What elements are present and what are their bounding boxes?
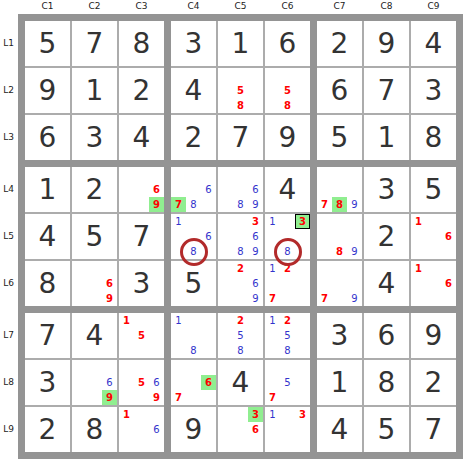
row-label-l5: L5 xyxy=(0,214,17,259)
candidate-6: 6 xyxy=(248,229,263,244)
cell-L4C3[interactable]: 69 xyxy=(119,167,164,212)
row-label-l7: L7 xyxy=(0,313,17,358)
box-border-vertical xyxy=(18,14,25,459)
cell-L6C7[interactable]: 79 xyxy=(317,261,362,306)
cell-L3C9[interactable]: 8 xyxy=(411,115,456,160)
column-label-c6: C6 xyxy=(265,1,310,13)
candidate-5: 5 xyxy=(233,83,248,98)
cell-L7C5[interactable]: 258 xyxy=(218,313,263,358)
sudoku-app: C1 C2 C3 C4 C5 C6 C7 C8 C9 L1 L2 L3 L4 L… xyxy=(0,0,467,467)
candidate-7: 7 xyxy=(317,291,332,306)
row-label-l8: L8 xyxy=(0,360,17,405)
candidate-5: 5 xyxy=(280,328,295,343)
candidate-9-highlighted: 9 xyxy=(102,390,117,405)
cell-L6C1[interactable]: 8 xyxy=(25,261,70,306)
given-digit: 2 xyxy=(25,407,70,452)
cell-L8C6[interactable]: 57 xyxy=(265,360,310,405)
cell-L3C2[interactable]: 3 xyxy=(72,115,117,160)
candidate-1: 1 xyxy=(171,313,186,328)
given-digit: 5 xyxy=(25,21,70,66)
cell-L3C1[interactable]: 6 xyxy=(25,115,70,160)
candidate-6: 6 xyxy=(149,375,164,390)
given-digit: 4 xyxy=(411,21,456,66)
cell-L3C3[interactable]: 4 xyxy=(119,115,164,160)
candidate-7: 7 xyxy=(317,197,332,212)
given-digit: 1 xyxy=(218,21,263,66)
cell-L5C4[interactable]: 168 xyxy=(171,214,216,259)
box-border-vertical xyxy=(164,14,171,459)
row-label-l6: L6 xyxy=(0,261,17,306)
cell-L1C5[interactable]: 1 xyxy=(218,21,263,66)
given-digit: 8 xyxy=(364,360,409,405)
given-digit: 2 xyxy=(119,68,164,113)
candidate-8: 8 xyxy=(233,343,248,358)
cell-L9C2[interactable]: 8 xyxy=(72,407,117,452)
candidate-9: 9 xyxy=(347,291,362,306)
given-digit: 3 xyxy=(72,115,117,160)
candidate-5: 5 xyxy=(233,328,248,343)
candidate-2: 2 xyxy=(280,313,295,328)
candidate-8: 8 xyxy=(233,197,248,212)
candidate-1: 1 xyxy=(119,407,134,422)
given-digit: 9 xyxy=(411,313,456,358)
candidate-6: 6 xyxy=(149,422,164,437)
cell-L4C8[interactable]: 3 xyxy=(364,167,409,212)
cell-L2C8[interactable]: 7 xyxy=(364,68,409,113)
cell-L8C2[interactable]: 69 xyxy=(72,360,117,405)
cell-L2C7[interactable]: 6 xyxy=(317,68,362,113)
candidate-7: 7 xyxy=(171,390,186,405)
cell-L2C2[interactable]: 1 xyxy=(72,68,117,113)
given-digit: 4 xyxy=(119,115,164,160)
given-digit: 7 xyxy=(72,21,117,66)
given-digit: 6 xyxy=(25,115,70,160)
given-digit: 5 xyxy=(317,115,362,160)
cell-L1C3[interactable]: 8 xyxy=(119,21,164,66)
cell-L1C9[interactable]: 4 xyxy=(411,21,456,66)
cell-L3C7[interactable]: 5 xyxy=(317,115,362,160)
box-border-horizontal xyxy=(18,14,463,21)
candidate-2: 2 xyxy=(233,261,248,276)
candidate-8: 8 xyxy=(332,244,347,259)
row-label-l1: L1 xyxy=(0,21,17,66)
given-digit: 8 xyxy=(411,115,456,160)
cell-L4C1[interactable]: 1 xyxy=(25,167,70,212)
given-digit: 7 xyxy=(364,68,409,113)
cell-L7C2[interactable]: 4 xyxy=(72,313,117,358)
candidate-3-highlighted: 3 xyxy=(248,407,263,422)
candidate-3-highlighted: 3 xyxy=(295,214,310,229)
given-digit: 6 xyxy=(317,68,362,113)
given-digit: 7 xyxy=(25,313,70,358)
sudoku-board: 5783162949124585867363427951812696786894… xyxy=(18,14,463,459)
column-label-c1: C1 xyxy=(25,1,70,13)
cell-L3C8[interactable]: 1 xyxy=(364,115,409,160)
box-border-vertical xyxy=(456,14,463,459)
given-digit: 2 xyxy=(411,360,456,405)
cell-L8C3[interactable]: 569 xyxy=(119,360,164,405)
cell-L4C7[interactable]: 789 xyxy=(317,167,362,212)
candidate-2: 2 xyxy=(233,313,248,328)
candidate-8: 8 xyxy=(186,197,201,212)
cell-L5C6[interactable]: 138 xyxy=(265,214,310,259)
candidate-7: 7 xyxy=(265,291,280,306)
given-digit: 1 xyxy=(72,68,117,113)
given-digit: 9 xyxy=(364,21,409,66)
candidate-6: 6 xyxy=(248,422,263,437)
candidate-6: 6 xyxy=(201,182,216,197)
given-digit: 2 xyxy=(72,167,117,212)
candidate-5: 5 xyxy=(280,375,295,390)
candidate-6: 6 xyxy=(149,182,164,197)
column-label-c7: C7 xyxy=(317,1,362,13)
box-border-horizontal xyxy=(18,306,463,313)
candidate-9: 9 xyxy=(248,291,263,306)
candidate-8: 8 xyxy=(233,98,248,113)
cell-L5C2[interactable]: 5 xyxy=(72,214,117,259)
cell-L1C2[interactable]: 7 xyxy=(72,21,117,66)
column-label-c8: C8 xyxy=(364,1,409,13)
candidate-8: 8 xyxy=(186,343,201,358)
row-label-l2: L2 xyxy=(0,68,17,113)
given-digit: 2 xyxy=(317,21,362,66)
cell-L9C9[interactable]: 7 xyxy=(411,407,456,452)
given-digit: 3 xyxy=(317,313,362,358)
cell-L5C1[interactable]: 4 xyxy=(25,214,70,259)
cell-L9C7[interactable]: 4 xyxy=(317,407,362,452)
cell-L9C4[interactable]: 9 xyxy=(171,407,216,452)
cell-L9C5[interactable]: 36 xyxy=(218,407,263,452)
row-label-l9: L9 xyxy=(0,407,17,452)
cell-L5C7[interactable]: 89 xyxy=(317,214,362,259)
elimination-circle xyxy=(274,238,302,266)
column-label-c9: C9 xyxy=(411,1,456,13)
cell-L2C3[interactable]: 2 xyxy=(119,68,164,113)
cell-L6C5[interactable]: 269 xyxy=(218,261,263,306)
given-digit: 3 xyxy=(171,21,216,66)
given-digit: 5 xyxy=(72,214,117,259)
cell-L7C8[interactable]: 6 xyxy=(364,313,409,358)
candidate-9-highlighted: 9 xyxy=(149,197,164,212)
given-digit: 5 xyxy=(411,167,456,212)
candidate-5: 5 xyxy=(134,375,149,390)
cell-L2C9[interactable]: 3 xyxy=(411,68,456,113)
candidate-1: 1 xyxy=(411,214,426,229)
cell-L6C3[interactable]: 3 xyxy=(119,261,164,306)
candidate-5: 5 xyxy=(280,83,295,98)
given-digit: 7 xyxy=(119,214,164,259)
candidate-3: 3 xyxy=(295,407,310,422)
given-digit: 7 xyxy=(218,115,263,160)
cell-L8C4[interactable]: 67 xyxy=(171,360,216,405)
cell-L5C3[interactable]: 7 xyxy=(119,214,164,259)
given-digit: 9 xyxy=(171,407,216,452)
column-label-c3: C3 xyxy=(119,1,164,13)
cell-L6C9[interactable]: 16 xyxy=(411,261,456,306)
column-label-c5: C5 xyxy=(218,1,263,13)
given-digit: 3 xyxy=(411,68,456,113)
cell-L6C2[interactable]: 69 xyxy=(72,261,117,306)
candidate-8: 8 xyxy=(280,343,295,358)
elimination-circle xyxy=(180,238,208,266)
given-digit: 2 xyxy=(171,115,216,160)
cell-L6C4[interactable]: 5 xyxy=(171,261,216,306)
candidate-9: 9 xyxy=(102,291,117,306)
cell-L9C3[interactable]: 16 xyxy=(119,407,164,452)
given-digit: 2 xyxy=(364,214,409,259)
candidate-1: 1 xyxy=(265,214,280,229)
cell-L7C9[interactable]: 9 xyxy=(411,313,456,358)
given-digit: 3 xyxy=(364,167,409,212)
given-digit: 4 xyxy=(265,167,310,212)
candidate-1: 1 xyxy=(265,313,280,328)
candidate-1: 1 xyxy=(119,313,134,328)
cell-L8C5[interactable]: 4 xyxy=(218,360,263,405)
cell-L4C2[interactable]: 2 xyxy=(72,167,117,212)
cell-L2C4[interactable]: 4 xyxy=(171,68,216,113)
row-label-l4: L4 xyxy=(0,167,17,212)
candidate-1: 1 xyxy=(411,261,426,276)
given-digit: 4 xyxy=(171,68,216,113)
cell-L7C3[interactable]: 15 xyxy=(119,313,164,358)
candidate-6: 6 xyxy=(441,229,456,244)
candidate-5: 5 xyxy=(134,328,149,343)
candidate-8: 8 xyxy=(280,98,295,113)
cell-L9C6[interactable]: 13 xyxy=(265,407,310,452)
given-digit: 4 xyxy=(317,407,362,452)
given-digit: 8 xyxy=(25,261,70,306)
candidate-9: 9 xyxy=(347,197,362,212)
cell-L1C8[interactable]: 9 xyxy=(364,21,409,66)
candidate-1: 1 xyxy=(265,261,280,276)
candidate-6: 6 xyxy=(248,276,263,291)
cell-L1C7[interactable]: 2 xyxy=(317,21,362,66)
cell-L5C9[interactable]: 16 xyxy=(411,214,456,259)
row-label-l3: L3 xyxy=(0,115,17,160)
cell-L4C6[interactable]: 4 xyxy=(265,167,310,212)
cell-L8C8[interactable]: 8 xyxy=(364,360,409,405)
cell-L8C1[interactable]: 3 xyxy=(25,360,70,405)
candidate-3: 3 xyxy=(248,214,263,229)
cell-L2C6[interactable]: 58 xyxy=(265,68,310,113)
given-digit: 1 xyxy=(364,115,409,160)
cell-L9C1[interactable]: 2 xyxy=(25,407,70,452)
given-digit: 8 xyxy=(72,407,117,452)
cell-L6C8[interactable]: 4 xyxy=(364,261,409,306)
cell-L8C7[interactable]: 1 xyxy=(317,360,362,405)
candidate-8: 8 xyxy=(233,244,248,259)
cell-L2C1[interactable]: 9 xyxy=(25,68,70,113)
given-digit: 1 xyxy=(317,360,362,405)
candidate-9: 9 xyxy=(347,244,362,259)
cell-L7C7[interactable]: 3 xyxy=(317,313,362,358)
cell-L7C1[interactable]: 7 xyxy=(25,313,70,358)
given-digit: 4 xyxy=(218,360,263,405)
given-digit: 1 xyxy=(25,167,70,212)
given-digit: 4 xyxy=(364,261,409,306)
candidate-1: 1 xyxy=(171,214,186,229)
given-digit: 9 xyxy=(265,115,310,160)
candidate-1: 1 xyxy=(265,407,280,422)
cell-L8C9[interactable]: 2 xyxy=(411,360,456,405)
candidate-9: 9 xyxy=(149,390,164,405)
box-border-horizontal xyxy=(18,452,463,459)
candidate-8-highlighted: 8 xyxy=(332,197,347,212)
candidate-6: 6 xyxy=(102,375,117,390)
cell-L4C5[interactable]: 689 xyxy=(218,167,263,212)
given-digit: 6 xyxy=(364,313,409,358)
cell-L5C5[interactable]: 3689 xyxy=(218,214,263,259)
cell-L1C1[interactable]: 5 xyxy=(25,21,70,66)
candidate-6: 6 xyxy=(441,276,456,291)
candidate-7: 7 xyxy=(265,390,280,405)
given-digit: 8 xyxy=(119,21,164,66)
cell-L7C6[interactable]: 1258 xyxy=(265,313,310,358)
candidate-6-highlighted: 6 xyxy=(201,375,216,390)
cell-L9C8[interactable]: 5 xyxy=(364,407,409,452)
cell-L3C6[interactable]: 9 xyxy=(265,115,310,160)
given-digit: 5 xyxy=(364,407,409,452)
candidate-6: 6 xyxy=(102,276,117,291)
given-digit: 4 xyxy=(25,214,70,259)
cell-L1C4[interactable]: 3 xyxy=(171,21,216,66)
given-digit: 4 xyxy=(72,313,117,358)
box-border-vertical xyxy=(310,14,317,459)
given-digit: 5 xyxy=(171,261,216,306)
box-border-horizontal xyxy=(18,160,463,167)
column-label-c2: C2 xyxy=(72,1,117,13)
column-label-c4: C4 xyxy=(171,1,216,13)
candidate-9: 9 xyxy=(248,197,263,212)
cell-L5C8[interactable]: 2 xyxy=(364,214,409,259)
cell-L7C4[interactable]: 18 xyxy=(171,313,216,358)
given-digit: 6 xyxy=(265,21,310,66)
given-digit: 3 xyxy=(25,360,70,405)
candidate-6: 6 xyxy=(248,182,263,197)
given-digit: 7 xyxy=(411,407,456,452)
given-digit: 9 xyxy=(25,68,70,113)
cell-L6C6[interactable]: 127 xyxy=(265,261,310,306)
candidate-9: 9 xyxy=(248,244,263,259)
cell-L3C5[interactable]: 7 xyxy=(218,115,263,160)
given-digit: 3 xyxy=(119,261,164,306)
cell-L3C4[interactable]: 2 xyxy=(171,115,216,160)
cell-L1C6[interactable]: 6 xyxy=(265,21,310,66)
cell-L4C4[interactable]: 678 xyxy=(171,167,216,212)
cell-L4C9[interactable]: 5 xyxy=(411,167,456,212)
cell-L2C5[interactable]: 58 xyxy=(218,68,263,113)
candidate-7-highlighted: 7 xyxy=(171,197,186,212)
